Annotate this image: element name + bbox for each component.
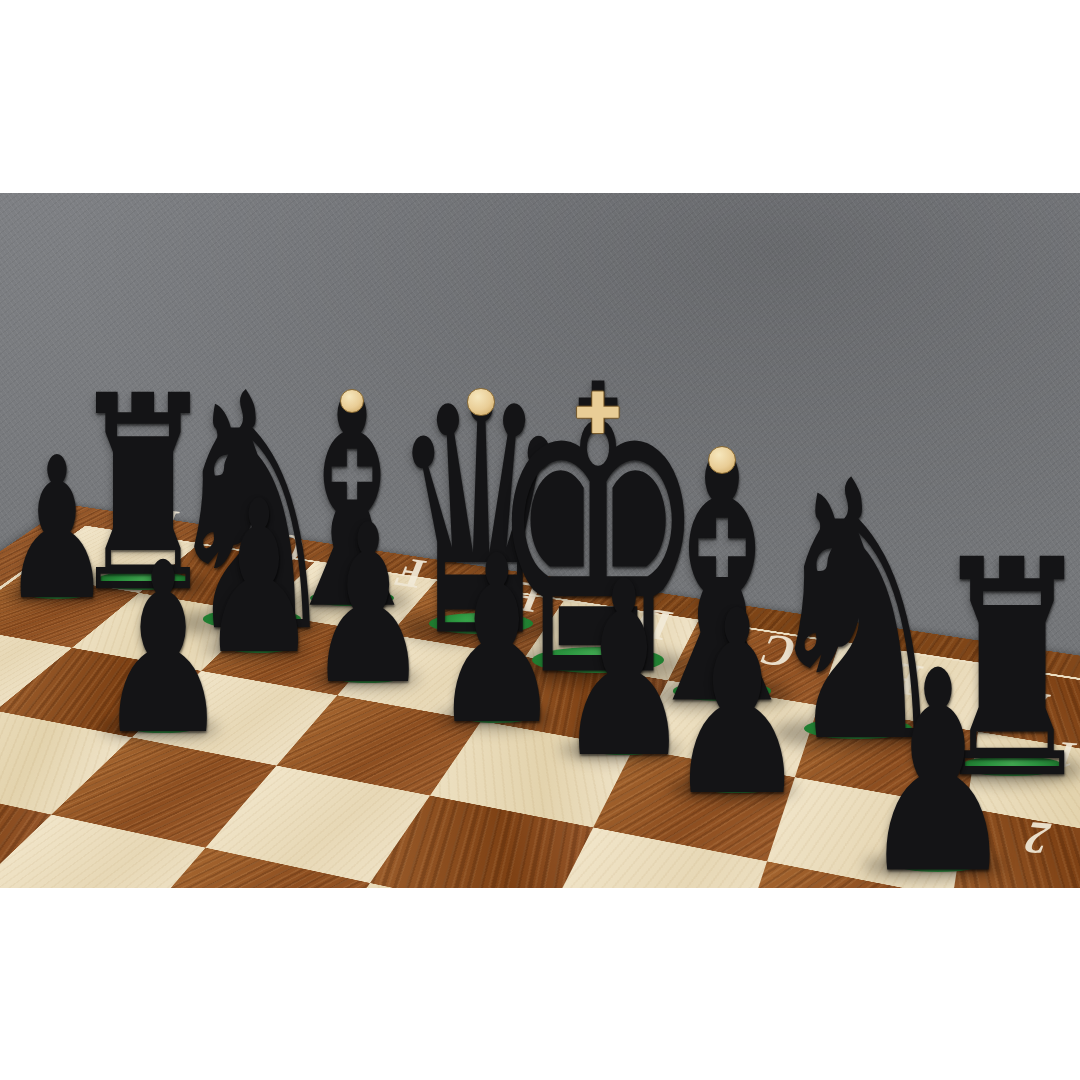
piece-glyph: ♟: [433, 525, 562, 757]
product-photo: HGFEDCBA121 ♟♜♟♞♟♝♟♛♟♚✚♟♝♟♞♟♜: [0, 0, 1080, 1080]
piece-glyph: ♟: [3, 431, 112, 627]
piece-glyph: ♟: [307, 496, 429, 715]
piece-glyph: ♟: [861, 634, 1016, 888]
king-cross-finial: ✚: [574, 385, 622, 442]
piece-glyph: ♟: [666, 577, 807, 831]
photo-band: HGFEDCBA121 ♟♜♟♞♟♝♟♛♟♚✚♟♝♟♞♟♜: [0, 193, 1080, 888]
letterbox-top: [0, 0, 1080, 193]
letterbox-bottom: [0, 888, 1080, 1080]
piece-glyph: ♟: [97, 532, 228, 768]
